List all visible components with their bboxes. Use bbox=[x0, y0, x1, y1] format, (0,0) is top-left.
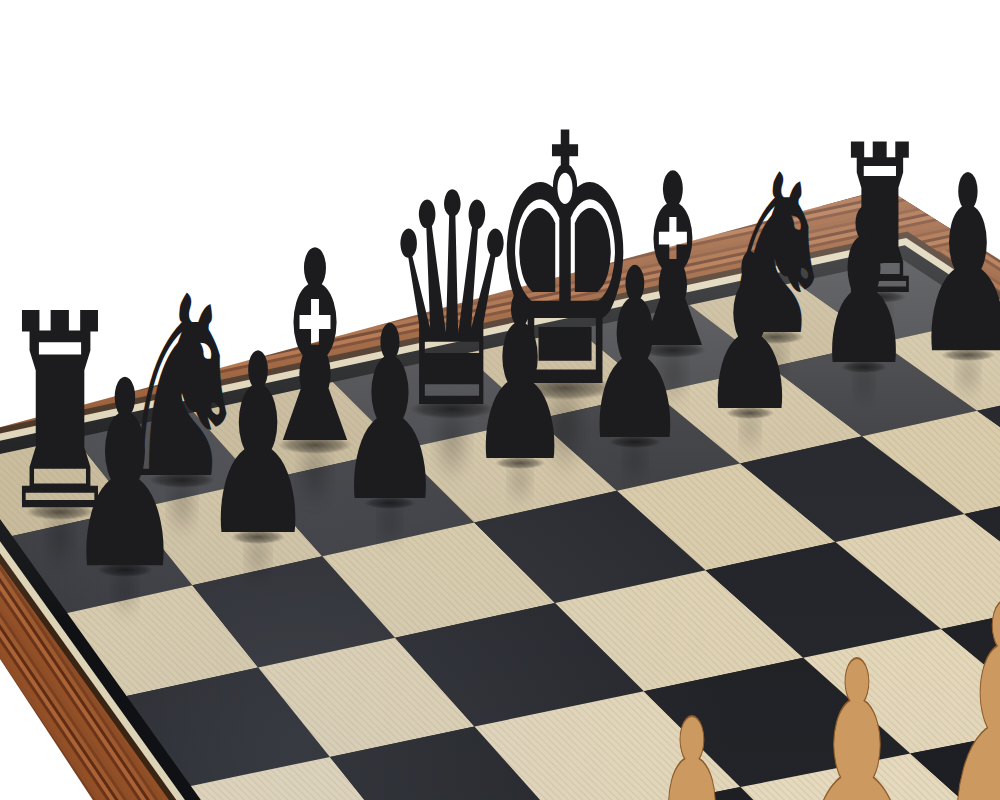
piece-black-p-h7[interactable]: ♟ bbox=[913, 124, 1000, 407]
piece-black-p-d7[interactable]: ♟ bbox=[469, 245, 572, 512]
piece-black-p-g7[interactable]: ♟ bbox=[816, 165, 911, 413]
piece-black-p-f7[interactable]: ♟ bbox=[702, 208, 798, 458]
piece-black-p-e7[interactable]: ♟ bbox=[582, 218, 688, 492]
piece-black-p-b7[interactable]: ♟ bbox=[202, 301, 314, 591]
piece-white-p-b2[interactable]: ♟ bbox=[625, 657, 759, 800]
piece-black-p-a7[interactable]: ♟ bbox=[67, 326, 183, 626]
chess-photo-stage: ♜♞♝♚♛♝♞♜♟♟♟♟♟♟♟♟♟♟♟ bbox=[0, 0, 1000, 800]
piece-black-p-c7[interactable]: ♟ bbox=[336, 275, 444, 555]
piece-white-p-c2[interactable]: ♟ bbox=[790, 599, 924, 800]
chess-board: ♜♞♝♚♛♝♞♜♟♟♟♟♟♟♟♟♟♟♟ bbox=[0, 0, 1000, 800]
piece-white-p-d2[interactable]: ♟ bbox=[933, 537, 1000, 800]
